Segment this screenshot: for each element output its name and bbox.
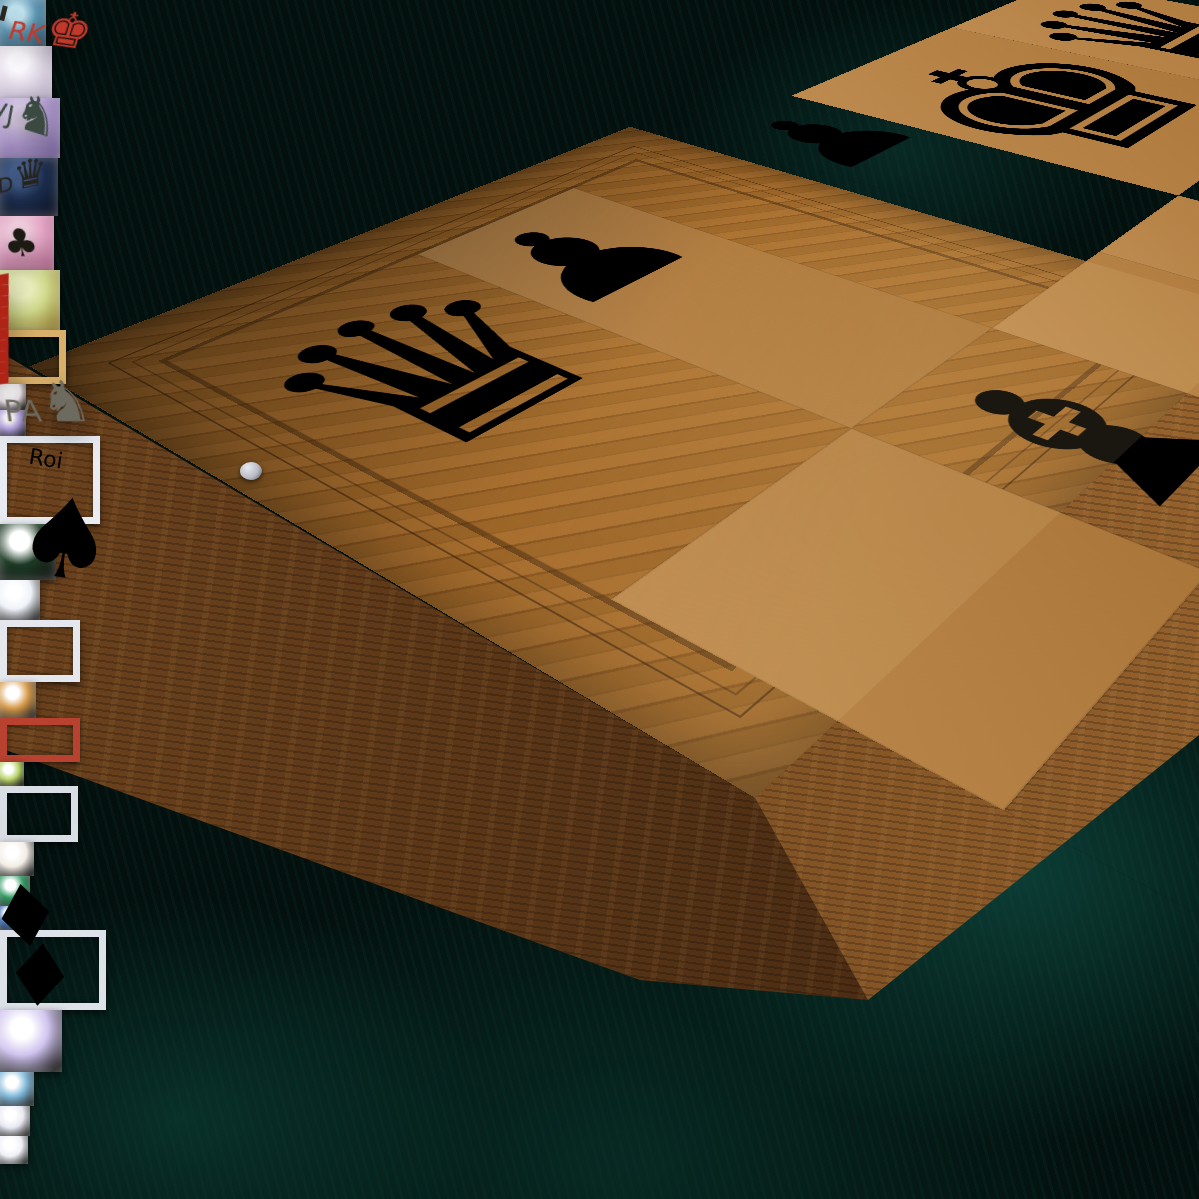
lighting-vignette <box>0 0 1199 1199</box>
still-life-scene: ♛♟♟♚♛♝♟♜ Roi ♠ ♦ ♦ RK♚VJ♞D♛♣PA♞ <box>0 0 1199 1199</box>
